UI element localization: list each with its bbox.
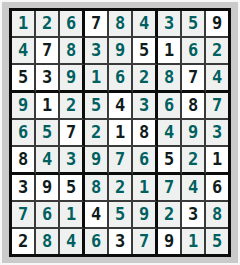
cell-r5c4[interactable]: 2 <box>85 120 109 147</box>
cell-r4c3[interactable]: 2 <box>60 93 85 120</box>
cell-r2c6[interactable]: 5 <box>133 38 158 65</box>
cell-r4c7[interactable]: 6 <box>158 93 182 120</box>
cell-r8c7[interactable]: 2 <box>158 202 182 229</box>
cell-r1c2[interactable]: 2 <box>36 11 60 38</box>
cell-r2c4[interactable]: 3 <box>85 38 109 65</box>
cell-r4c5[interactable]: 4 <box>109 93 133 120</box>
cell-r9c4[interactable]: 6 <box>85 229 109 254</box>
cell-r1c6[interactable]: 4 <box>133 11 158 38</box>
cell-r3c4[interactable]: 1 <box>85 65 109 93</box>
cell-r4c9[interactable]: 7 <box>206 93 228 120</box>
cell-r2c1[interactable]: 4 <box>12 38 36 65</box>
cell-r1c4[interactable]: 7 <box>85 11 109 38</box>
cell-r8c9[interactable]: 8 <box>206 202 228 229</box>
cell-r5c8[interactable]: 9 <box>182 120 206 147</box>
cell-r7c1[interactable]: 3 <box>12 175 36 202</box>
cell-r8c2[interactable]: 6 <box>36 202 60 229</box>
cell-r3c1[interactable]: 5 <box>12 65 36 93</box>
cell-r1c9[interactable]: 9 <box>206 11 228 38</box>
cell-r4c2[interactable]: 1 <box>36 93 60 120</box>
cell-r8c3[interactable]: 1 <box>60 202 85 229</box>
cell-r7c5[interactable]: 2 <box>109 175 133 202</box>
cell-r9c3[interactable]: 4 <box>60 229 85 254</box>
cell-r6c2[interactable]: 4 <box>36 147 60 175</box>
cell-r8c6[interactable]: 9 <box>133 202 158 229</box>
cell-r9c7[interactable]: 9 <box>158 229 182 254</box>
cell-r3c9[interactable]: 4 <box>206 65 228 93</box>
cell-r6c1[interactable]: 8 <box>12 147 36 175</box>
cell-r6c7[interactable]: 5 <box>158 147 182 175</box>
cell-r6c5[interactable]: 7 <box>109 147 133 175</box>
cell-r4c8[interactable]: 8 <box>182 93 206 120</box>
cell-r8c1[interactable]: 7 <box>12 202 36 229</box>
cell-r7c9[interactable]: 6 <box>206 175 228 202</box>
cell-r4c1[interactable]: 9 <box>12 93 36 120</box>
page-background: 1267843594783951625391628749125436876572… <box>0 0 240 265</box>
sudoku-board: 1267843594783951625391628749125436876572… <box>9 8 231 257</box>
cell-r8c5[interactable]: 5 <box>109 202 133 229</box>
cell-r7c4[interactable]: 8 <box>85 175 109 202</box>
cell-r2c3[interactable]: 8 <box>60 38 85 65</box>
cell-r1c3[interactable]: 6 <box>60 11 85 38</box>
cell-r5c3[interactable]: 7 <box>60 120 85 147</box>
cell-r6c8[interactable]: 2 <box>182 147 206 175</box>
cell-r4c6[interactable]: 3 <box>133 93 158 120</box>
cell-r1c5[interactable]: 8 <box>109 11 133 38</box>
cell-r4c4[interactable]: 5 <box>85 93 109 120</box>
cell-r2c8[interactable]: 6 <box>182 38 206 65</box>
cell-r9c1[interactable]: 2 <box>12 229 36 254</box>
cell-r2c9[interactable]: 2 <box>206 38 228 65</box>
cell-r7c7[interactable]: 7 <box>158 175 182 202</box>
cell-r9c5[interactable]: 3 <box>109 229 133 254</box>
cell-r5c2[interactable]: 5 <box>36 120 60 147</box>
cell-r9c2[interactable]: 8 <box>36 229 60 254</box>
cell-r5c6[interactable]: 8 <box>133 120 158 147</box>
cell-r3c8[interactable]: 7 <box>182 65 206 93</box>
cell-r6c9[interactable]: 1 <box>206 147 228 175</box>
cell-r6c4[interactable]: 9 <box>85 147 109 175</box>
cell-r1c7[interactable]: 3 <box>158 11 182 38</box>
cell-r3c5[interactable]: 6 <box>109 65 133 93</box>
cell-r1c1[interactable]: 1 <box>12 11 36 38</box>
cell-r5c7[interactable]: 4 <box>158 120 182 147</box>
cell-r2c2[interactable]: 7 <box>36 38 60 65</box>
cell-r6c6[interactable]: 6 <box>133 147 158 175</box>
cell-r9c9[interactable]: 5 <box>206 229 228 254</box>
cell-r5c1[interactable]: 6 <box>12 120 36 147</box>
cell-r5c5[interactable]: 1 <box>109 120 133 147</box>
cell-r7c6[interactable]: 1 <box>133 175 158 202</box>
cell-r5c9[interactable]: 3 <box>206 120 228 147</box>
cell-r3c7[interactable]: 8 <box>158 65 182 93</box>
cell-r8c8[interactable]: 3 <box>182 202 206 229</box>
cell-r6c3[interactable]: 3 <box>60 147 85 175</box>
cell-r9c8[interactable]: 1 <box>182 229 206 254</box>
cell-r7c8[interactable]: 4 <box>182 175 206 202</box>
cell-r3c2[interactable]: 3 <box>36 65 60 93</box>
cell-r7c3[interactable]: 5 <box>60 175 85 202</box>
cell-r7c2[interactable]: 9 <box>36 175 60 202</box>
cell-r3c3[interactable]: 9 <box>60 65 85 93</box>
cell-r2c5[interactable]: 9 <box>109 38 133 65</box>
cell-r2c7[interactable]: 1 <box>158 38 182 65</box>
cell-r3c6[interactable]: 2 <box>133 65 158 93</box>
cell-r9c6[interactable]: 7 <box>133 229 158 254</box>
cell-r1c8[interactable]: 5 <box>182 11 206 38</box>
cell-r8c4[interactable]: 4 <box>85 202 109 229</box>
